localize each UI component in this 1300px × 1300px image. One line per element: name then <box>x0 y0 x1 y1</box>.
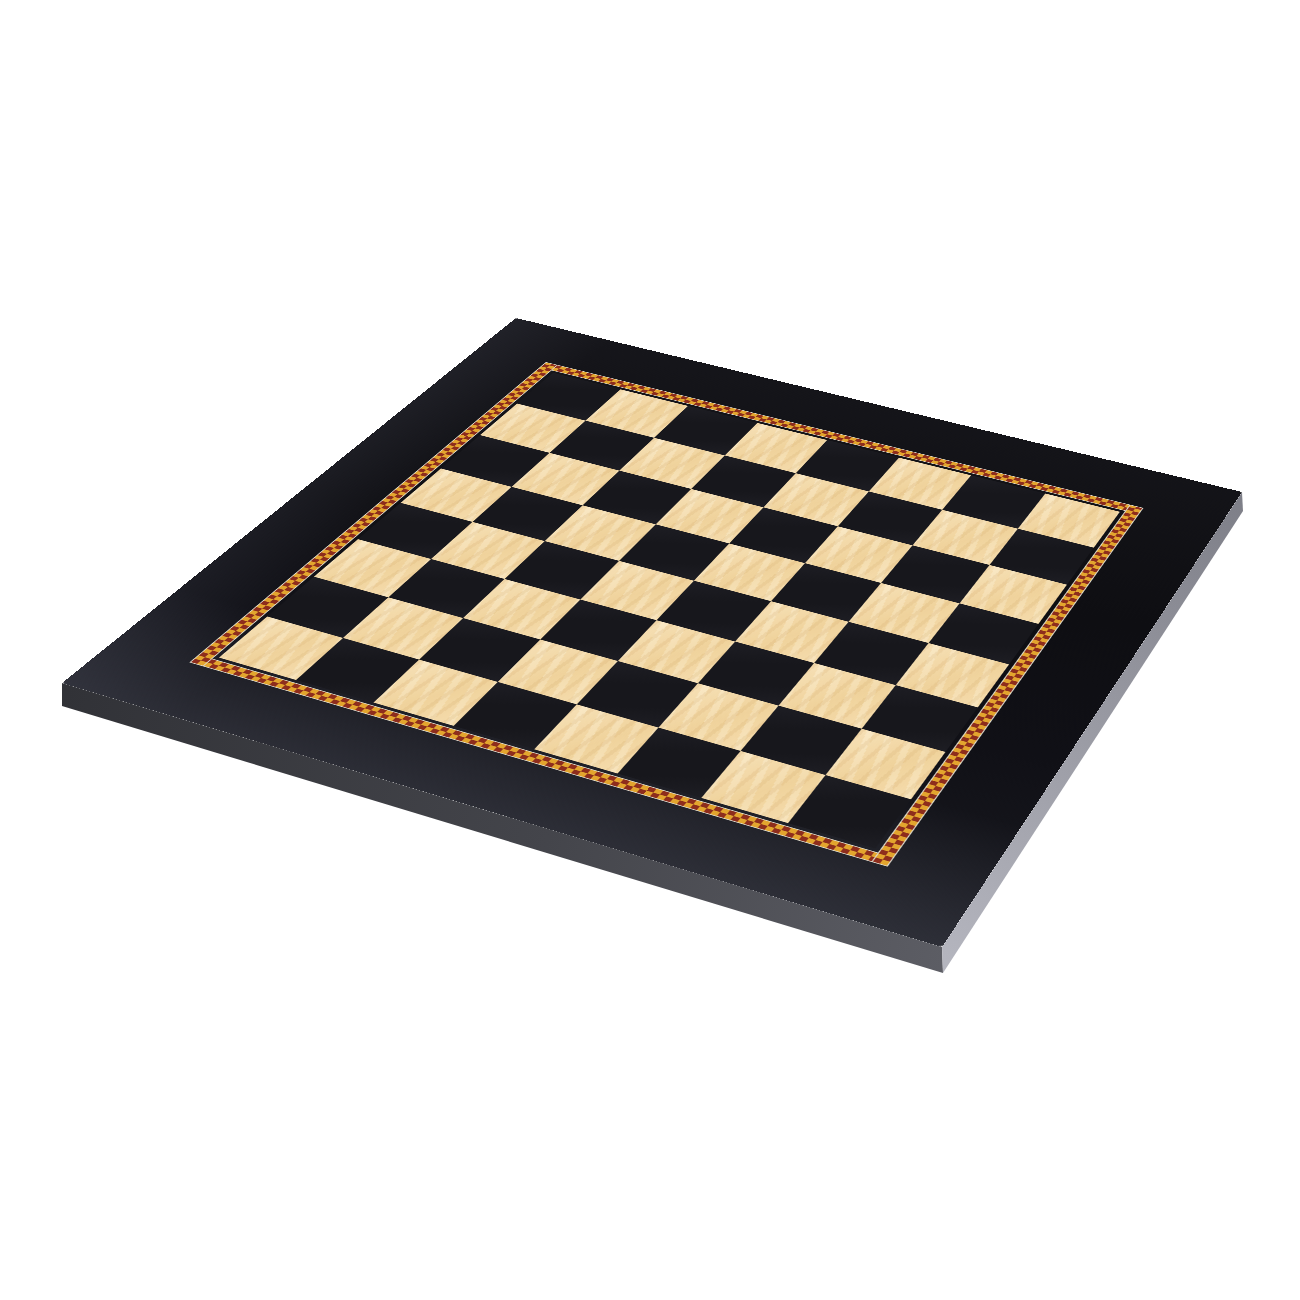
chessboard-product-photo <box>0 0 1300 1300</box>
